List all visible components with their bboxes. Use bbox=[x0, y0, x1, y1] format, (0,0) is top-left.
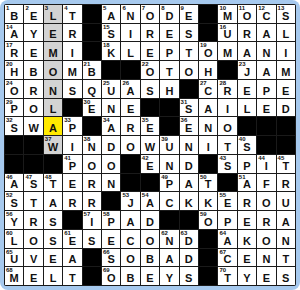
cell-r11c2[interactable]: T bbox=[24, 192, 42, 210]
cell-r11c7[interactable]: 53J bbox=[121, 192, 139, 210]
cell-r5c11[interactable]: 27C bbox=[199, 80, 217, 98]
cell-letter: E bbox=[44, 28, 62, 41]
cell-r15c7[interactable]: B bbox=[121, 267, 139, 285]
cell-r3c15[interactable]: I bbox=[277, 42, 295, 60]
cell-r7c2[interactable]: W bbox=[24, 117, 42, 135]
cell-r6c1[interactable]: 29P bbox=[5, 99, 23, 117]
cell-r14c4[interactable]: A bbox=[63, 249, 81, 267]
cell-r6c2[interactable]: O bbox=[24, 99, 42, 117]
cell-r12c2[interactable]: R bbox=[24, 211, 42, 229]
cell-r1c7[interactable]: 6N bbox=[121, 5, 139, 23]
cell-letter: E bbox=[24, 47, 42, 60]
cell-r15c9[interactable]: Y bbox=[160, 267, 178, 285]
cell-letter: E bbox=[141, 122, 159, 135]
cell-letter: O bbox=[141, 10, 159, 23]
black-square-r7c14 bbox=[257, 117, 275, 135]
cell-r13c4[interactable]: 61E bbox=[63, 230, 81, 248]
cell-r4c9[interactable]: T bbox=[160, 61, 178, 79]
cell-r11c1[interactable]: 52S bbox=[5, 192, 23, 210]
cell-letter: A bbox=[257, 66, 275, 79]
black-square-r5c10 bbox=[180, 80, 198, 98]
black-square-r9c3 bbox=[44, 155, 62, 173]
cell-r2c15[interactable]: L bbox=[277, 24, 295, 42]
cell-letter: L bbox=[44, 10, 62, 23]
cell-r8c13[interactable]: 40S bbox=[238, 136, 256, 154]
cell-r13c14[interactable]: O bbox=[257, 230, 275, 248]
cell-r2c14[interactable]: A bbox=[257, 24, 275, 42]
cell-r13c13[interactable]: K bbox=[238, 230, 256, 248]
cell-r12c11[interactable]: 59O bbox=[199, 211, 217, 229]
cell-letter: Q bbox=[83, 85, 101, 98]
cell-letter: O bbox=[44, 66, 62, 79]
cell-r4c15[interactable]: M bbox=[277, 61, 295, 79]
cell-r14c10[interactable]: D bbox=[180, 249, 198, 267]
cell-r10c6[interactable]: N bbox=[102, 174, 120, 192]
cell-r9c13[interactable]: P bbox=[238, 155, 256, 173]
cell-r8c4[interactable]: I bbox=[63, 136, 81, 154]
cell-r6c5[interactable]: 30E bbox=[83, 99, 101, 117]
cell-letter: O bbox=[218, 122, 236, 135]
cell-r9c6[interactable]: O bbox=[102, 155, 120, 173]
cell-r14c6[interactable]: 66S bbox=[102, 249, 120, 267]
cell-r8c7[interactable]: O bbox=[121, 136, 139, 154]
cell-r3c9[interactable]: P bbox=[160, 42, 178, 60]
cell-letter: S bbox=[83, 235, 101, 248]
cell-r5c2[interactable]: R bbox=[24, 80, 42, 98]
cell-letter: U bbox=[102, 85, 120, 98]
cell-letter: L bbox=[44, 103, 62, 116]
cell-r9c10[interactable]: D bbox=[180, 155, 198, 173]
cell-letter: Y bbox=[24, 28, 42, 41]
cell-letter: P bbox=[218, 216, 236, 229]
cell-letter: M bbox=[63, 66, 81, 79]
cell-letter: A bbox=[160, 253, 178, 266]
cell-letter: T bbox=[160, 66, 178, 79]
cell-r3c12[interactable]: M bbox=[218, 42, 236, 60]
cell-letter: S bbox=[180, 103, 198, 116]
cell-r1c12[interactable]: 10M bbox=[218, 5, 236, 23]
cell-r1c2[interactable]: 2E bbox=[24, 5, 42, 23]
cell-r1c10[interactable]: 9E bbox=[180, 5, 198, 23]
cell-letter: A bbox=[44, 197, 62, 210]
black-square-r7c5 bbox=[83, 117, 101, 135]
cell-letter: O bbox=[257, 235, 275, 248]
cell-letter: E bbox=[63, 235, 81, 248]
cell-r3c3[interactable]: M bbox=[44, 42, 62, 60]
cell-r3c1[interactable]: 17R bbox=[5, 42, 23, 60]
cell-r12c3[interactable]: S bbox=[44, 211, 62, 229]
cell-r10c15[interactable]: R bbox=[277, 174, 295, 192]
cell-r6c14[interactable]: E bbox=[257, 99, 275, 117]
cell-letter: C bbox=[160, 197, 178, 210]
cell-r8c5[interactable]: 38N bbox=[83, 136, 101, 154]
black-square-r10c12 bbox=[218, 174, 236, 192]
cell-letter: P bbox=[5, 103, 23, 116]
cell-r15c14[interactable]: E bbox=[257, 267, 275, 285]
cell-r11c15[interactable]: U bbox=[277, 192, 295, 210]
cell-r10c4[interactable]: E bbox=[63, 174, 81, 192]
cell-r6c15[interactable]: D bbox=[277, 99, 295, 117]
black-square-r1c11 bbox=[199, 5, 217, 23]
cell-letter: L bbox=[44, 272, 62, 285]
cell-letter: N bbox=[277, 235, 295, 248]
cell-r12c8[interactable]: D bbox=[141, 211, 159, 229]
cell-r6c6[interactable]: N bbox=[102, 99, 120, 117]
cell-r13c12[interactable]: 64A bbox=[218, 230, 236, 248]
cell-r2c2[interactable]: Y bbox=[24, 24, 42, 42]
cell-r9c14[interactable]: 44I bbox=[257, 155, 275, 173]
cell-letter: I bbox=[83, 216, 101, 229]
cell-letter: K bbox=[102, 47, 120, 60]
cell-r14c15[interactable]: T bbox=[277, 249, 295, 267]
cell-letter: E bbox=[44, 253, 62, 266]
cell-letter: D bbox=[160, 10, 178, 23]
cell-r15c1[interactable]: 68M bbox=[5, 267, 23, 285]
cell-r11c5[interactable]: R bbox=[83, 192, 101, 210]
cell-r3c14[interactable]: N bbox=[257, 42, 275, 60]
cell-r13c3[interactable]: S bbox=[44, 230, 62, 248]
cell-r13c6[interactable]: E bbox=[102, 230, 120, 248]
cell-r2c4[interactable]: R bbox=[63, 24, 81, 42]
cell-r6c10[interactable]: 31S bbox=[180, 99, 198, 117]
cell-r8c6[interactable]: D bbox=[102, 136, 120, 154]
cell-letter: A bbox=[121, 85, 139, 98]
cell-letter: U bbox=[218, 28, 236, 41]
cell-letter: O bbox=[24, 235, 42, 248]
cell-r2c8[interactable]: R bbox=[141, 24, 159, 42]
cell-r15c10[interactable]: S bbox=[180, 267, 198, 285]
cell-r7c10[interactable]: 36E bbox=[180, 117, 198, 135]
cell-r6c7[interactable]: E bbox=[121, 99, 139, 117]
cell-letter: I bbox=[218, 103, 236, 116]
cell-letter: M bbox=[218, 47, 236, 60]
cell-r8c8[interactable]: W bbox=[141, 136, 159, 154]
cell-r14c12[interactable]: 67C bbox=[218, 249, 236, 267]
cell-r7c8[interactable]: 35E bbox=[141, 117, 159, 135]
cell-r2c6[interactable]: 15S bbox=[102, 24, 120, 42]
cell-letter: N bbox=[160, 235, 178, 248]
cell-r10c2[interactable]: 47S bbox=[24, 174, 42, 192]
cell-r11c12[interactable]: 55E bbox=[218, 192, 236, 210]
cell-r4c3[interactable]: O bbox=[44, 61, 62, 79]
cell-r6c3[interactable]: L bbox=[44, 99, 62, 117]
cell-r15c13[interactable]: Y bbox=[238, 267, 256, 285]
black-square-r10c7 bbox=[121, 174, 139, 192]
cell-letter: S bbox=[180, 272, 198, 285]
cell-letter: D bbox=[180, 253, 198, 266]
cell-r8c11[interactable]: I bbox=[199, 136, 217, 154]
black-square-r9c11 bbox=[199, 155, 217, 173]
cell-letter: S bbox=[5, 197, 23, 210]
cell-letter: O bbox=[121, 253, 139, 266]
cell-r9c12[interactable]: 43S bbox=[218, 155, 236, 173]
cell-r15c8[interactable]: E bbox=[141, 267, 159, 285]
cell-r7c7[interactable]: R bbox=[121, 117, 139, 135]
cell-r8c10[interactable]: N bbox=[180, 136, 198, 154]
cell-r5c4[interactable]: S bbox=[63, 80, 81, 98]
cell-r5c13[interactable]: E bbox=[238, 80, 256, 98]
cell-r14c2[interactable]: V bbox=[24, 249, 42, 267]
cell-r13c2[interactable]: O bbox=[24, 230, 42, 248]
black-square-r9c2 bbox=[24, 155, 42, 173]
cell-r12c15[interactable]: A bbox=[277, 211, 295, 229]
cell-letter: C bbox=[257, 10, 275, 23]
cell-letter: L bbox=[5, 235, 23, 248]
cell-r8c12[interactable]: T bbox=[218, 136, 236, 154]
cell-letter: W bbox=[24, 122, 42, 135]
cell-letter: O bbox=[199, 216, 217, 229]
cell-letter: S bbox=[102, 253, 120, 266]
cell-r4c11[interactable]: H bbox=[199, 61, 217, 79]
cell-r15c4[interactable]: T bbox=[63, 267, 81, 285]
cell-letter: O bbox=[199, 47, 217, 60]
cell-r4c8[interactable]: 22O bbox=[141, 61, 159, 79]
cell-r12c6[interactable]: 58P bbox=[102, 211, 120, 229]
cell-r3c11[interactable]: 19O bbox=[199, 42, 217, 60]
cell-r5c12[interactable]: 28R bbox=[218, 80, 236, 98]
cell-r12c14[interactable]: R bbox=[257, 211, 275, 229]
cell-r14c9[interactable]: A bbox=[160, 249, 178, 267]
cell-r9c9[interactable]: N bbox=[160, 155, 178, 173]
cell-r1c9[interactable]: 8D bbox=[160, 5, 178, 23]
cell-letter: R bbox=[5, 47, 23, 60]
cell-letter: N bbox=[83, 141, 101, 154]
cell-letter: L bbox=[121, 47, 139, 60]
cell-letter: B bbox=[141, 253, 159, 266]
cell-r14c7[interactable]: O bbox=[121, 249, 139, 267]
cell-letter: A bbox=[44, 122, 62, 135]
cell-r13c7[interactable]: C bbox=[121, 230, 139, 248]
cell-r9c5[interactable]: O bbox=[83, 155, 101, 173]
cell-r5c14[interactable]: P bbox=[257, 80, 275, 98]
cell-r14c1[interactable]: 65U bbox=[5, 249, 23, 267]
cell-r10c5[interactable]: R bbox=[83, 174, 101, 192]
cell-letter: T bbox=[218, 272, 236, 285]
cell-r11c9[interactable]: C bbox=[160, 192, 178, 210]
cell-r11c11[interactable]: K bbox=[199, 192, 217, 210]
cell-r12c1[interactable]: 56Y bbox=[5, 211, 23, 229]
cell-r5c15[interactable]: E bbox=[277, 80, 295, 98]
black-square-r14c5 bbox=[83, 249, 101, 267]
cell-r13c15[interactable]: N bbox=[277, 230, 295, 248]
cell-r5c3[interactable]: N bbox=[44, 80, 62, 98]
cell-r13c9[interactable]: 62N bbox=[160, 230, 178, 248]
cell-r7c11[interactable]: N bbox=[199, 117, 217, 135]
cell-r4c13[interactable]: 23J bbox=[238, 61, 256, 79]
cell-r4c1[interactable]: 20H bbox=[5, 61, 23, 79]
cell-r12c5[interactable]: 57I bbox=[83, 211, 101, 229]
cell-letter: O bbox=[141, 235, 159, 248]
cell-r10c14[interactable]: F bbox=[257, 174, 275, 192]
cell-r2c9[interactable]: E bbox=[160, 24, 178, 42]
cell-letter: F bbox=[257, 178, 275, 191]
black-square-r15c5 bbox=[83, 267, 101, 285]
cell-r11c10[interactable]: K bbox=[180, 192, 198, 210]
cell-r6c13[interactable]: L bbox=[238, 99, 256, 117]
cell-r9c8[interactable]: 42E bbox=[141, 155, 159, 173]
cell-letter: B bbox=[24, 66, 42, 79]
cell-letter: R bbox=[63, 28, 81, 41]
cell-letter: E bbox=[83, 103, 101, 116]
cell-r3c7[interactable]: L bbox=[121, 42, 139, 60]
cell-r13c10[interactable]: 63D bbox=[180, 230, 198, 248]
black-square-r4c6 bbox=[102, 61, 120, 79]
cell-r10c9[interactable]: 49P bbox=[160, 174, 178, 192]
cell-r5c1[interactable]: 24O bbox=[5, 80, 23, 98]
cell-r5c9[interactable]: H bbox=[160, 80, 178, 98]
cell-r1c6[interactable]: 5A bbox=[102, 5, 120, 23]
cell-r5c6[interactable]: 25U bbox=[102, 80, 120, 98]
cell-letter: I bbox=[63, 47, 81, 60]
cell-r11c13[interactable]: R bbox=[238, 192, 256, 210]
cell-r3c4[interactable]: I bbox=[63, 42, 81, 60]
cell-r13c8[interactable]: O bbox=[141, 230, 159, 248]
cell-letter: P bbox=[63, 160, 81, 173]
cell-r15c6[interactable]: 69O bbox=[102, 267, 120, 285]
cell-r9c15[interactable]: 45T bbox=[277, 155, 295, 173]
cell-r10c11[interactable]: 50T bbox=[199, 174, 217, 192]
cell-letter: A bbox=[180, 178, 198, 191]
cell-r14c3[interactable]: E bbox=[44, 249, 62, 267]
black-square-r10c8 bbox=[141, 174, 159, 192]
cell-letter: E bbox=[160, 28, 178, 41]
cell-r3c2[interactable]: E bbox=[24, 42, 42, 60]
cell-letter: R bbox=[83, 178, 101, 191]
black-square-r8c15 bbox=[277, 136, 295, 154]
cell-r5c7[interactable]: 26A bbox=[121, 80, 139, 98]
cell-letter: S bbox=[180, 28, 198, 41]
cell-r12c12[interactable]: P bbox=[218, 211, 236, 229]
black-square-r12c10 bbox=[180, 211, 198, 229]
black-square-r2c5 bbox=[83, 24, 101, 42]
cell-r10c10[interactable]: A bbox=[180, 174, 198, 192]
cell-letter: J bbox=[121, 197, 139, 210]
cell-letter: U bbox=[5, 253, 23, 266]
cell-letter: T bbox=[63, 10, 81, 23]
cell-letter: K bbox=[238, 235, 256, 248]
cell-r1c8[interactable]: 7O bbox=[141, 5, 159, 23]
cell-r14c14[interactable]: N bbox=[257, 249, 275, 267]
cell-r14c8[interactable]: B bbox=[141, 249, 159, 267]
cell-r11c14[interactable]: O bbox=[257, 192, 275, 210]
cell-letter: R bbox=[63, 197, 81, 210]
cell-letter: O bbox=[5, 85, 23, 98]
cell-r1c14[interactable]: 12C bbox=[257, 5, 275, 23]
cell-r12c13[interactable]: E bbox=[238, 211, 256, 229]
cell-r11c3[interactable]: A bbox=[44, 192, 62, 210]
cell-r7c1[interactable]: 32S bbox=[5, 117, 23, 135]
cell-r1c1[interactable]: 1B bbox=[5, 5, 23, 23]
cell-r4c5[interactable]: 21B bbox=[83, 61, 101, 79]
cell-r2c3[interactable]: E bbox=[44, 24, 62, 42]
cell-r7c4[interactable]: 33P bbox=[63, 117, 81, 135]
cell-letter: A bbox=[277, 216, 295, 229]
cell-r1c4[interactable]: 4T bbox=[63, 5, 81, 23]
cell-r15c2[interactable]: E bbox=[24, 267, 42, 285]
cell-r1c13[interactable]: 11O bbox=[238, 5, 256, 23]
cell-r10c3[interactable]: 48T bbox=[44, 174, 62, 192]
cell-r7c3[interactable]: A bbox=[44, 117, 62, 135]
cell-r15c15[interactable]: S bbox=[277, 267, 295, 285]
cell-r2c7[interactable]: I bbox=[121, 24, 139, 42]
cell-r7c6[interactable]: 34A bbox=[102, 117, 120, 135]
cell-r3c10[interactable]: T bbox=[180, 42, 198, 60]
cell-r2c10[interactable]: S bbox=[180, 24, 198, 42]
cell-r4c2[interactable]: B bbox=[24, 61, 42, 79]
cell-letter: P bbox=[160, 47, 178, 60]
cell-r9c4[interactable]: 41P bbox=[63, 155, 81, 173]
cell-r12c7[interactable]: A bbox=[121, 211, 139, 229]
crossword-frame: 1B2E3L4T5A6N7O8D9E10M11O12C13S14AYER15SI… bbox=[0, 0, 300, 290]
cell-letter: O bbox=[102, 160, 120, 173]
cell-letter: L bbox=[238, 103, 256, 116]
cell-letter: A bbox=[141, 197, 159, 210]
crossword-grid: 1B2E3L4T5A6N7O8D9E10M11O12C13S14AYER15SI… bbox=[4, 4, 296, 286]
cell-letter: D bbox=[180, 235, 198, 248]
cell-letter: H bbox=[160, 85, 178, 98]
cell-letter: J bbox=[238, 66, 256, 79]
cell-letter: M bbox=[44, 47, 62, 60]
cell-letter: O bbox=[238, 10, 256, 23]
cell-letter: V bbox=[24, 253, 42, 266]
cell-letter: T bbox=[277, 160, 295, 173]
cell-r2c13[interactable]: R bbox=[238, 24, 256, 42]
cell-r1c15[interactable]: 13S bbox=[277, 5, 295, 23]
cell-letter: S bbox=[24, 178, 42, 191]
cell-r11c8[interactable]: 54A bbox=[141, 192, 159, 210]
cell-r4c4[interactable]: M bbox=[63, 61, 81, 79]
cell-letter: S bbox=[63, 85, 81, 98]
cell-r7c12[interactable]: O bbox=[218, 117, 236, 135]
black-square-r3c5 bbox=[83, 42, 101, 60]
cell-letter: E bbox=[218, 197, 236, 210]
cell-r15c3[interactable]: L bbox=[44, 267, 62, 285]
cell-r5c8[interactable]: S bbox=[141, 80, 159, 98]
cell-r13c5[interactable]: S bbox=[83, 230, 101, 248]
cell-r10c13[interactable]: 51A bbox=[238, 174, 256, 192]
cell-r2c12[interactable]: 16U bbox=[218, 24, 236, 42]
cell-r4c10[interactable]: O bbox=[180, 61, 198, 79]
cell-letter: S bbox=[141, 85, 159, 98]
cell-r13c1[interactable]: 60L bbox=[5, 230, 23, 248]
cell-r3c13[interactable]: A bbox=[238, 42, 256, 60]
cell-letter: D bbox=[141, 216, 159, 229]
cell-letter: S bbox=[218, 160, 236, 173]
cell-r4c14[interactable]: A bbox=[257, 61, 275, 79]
cell-letter: M bbox=[218, 10, 236, 23]
cell-r5c5[interactable]: Q bbox=[83, 80, 101, 98]
cell-r3c6[interactable]: 18K bbox=[102, 42, 120, 60]
cell-r8c3[interactable]: 37W bbox=[44, 136, 62, 154]
cell-r8c9[interactable]: 39U bbox=[160, 136, 178, 154]
cell-r1c3[interactable]: 3L bbox=[44, 5, 62, 23]
cell-letter: A bbox=[218, 235, 236, 248]
cell-r11c4[interactable]: R bbox=[63, 192, 81, 210]
cell-letter: R bbox=[238, 197, 256, 210]
cell-r6c12[interactable]: I bbox=[218, 99, 236, 117]
cell-letter: I bbox=[199, 141, 217, 154]
cell-r10c1[interactable]: 46A bbox=[5, 174, 23, 192]
cell-letter: Y bbox=[160, 272, 178, 285]
cell-letter: S bbox=[5, 122, 23, 135]
cell-letter: S bbox=[277, 272, 295, 285]
cell-r2c1[interactable]: 14A bbox=[5, 24, 23, 42]
cell-r15c12[interactable]: 70T bbox=[218, 267, 236, 285]
cell-letter: P bbox=[238, 160, 256, 173]
cell-r3c8[interactable]: E bbox=[141, 42, 159, 60]
cell-r14c13[interactable]: E bbox=[238, 249, 256, 267]
cell-r6c11[interactable]: A bbox=[199, 99, 217, 117]
